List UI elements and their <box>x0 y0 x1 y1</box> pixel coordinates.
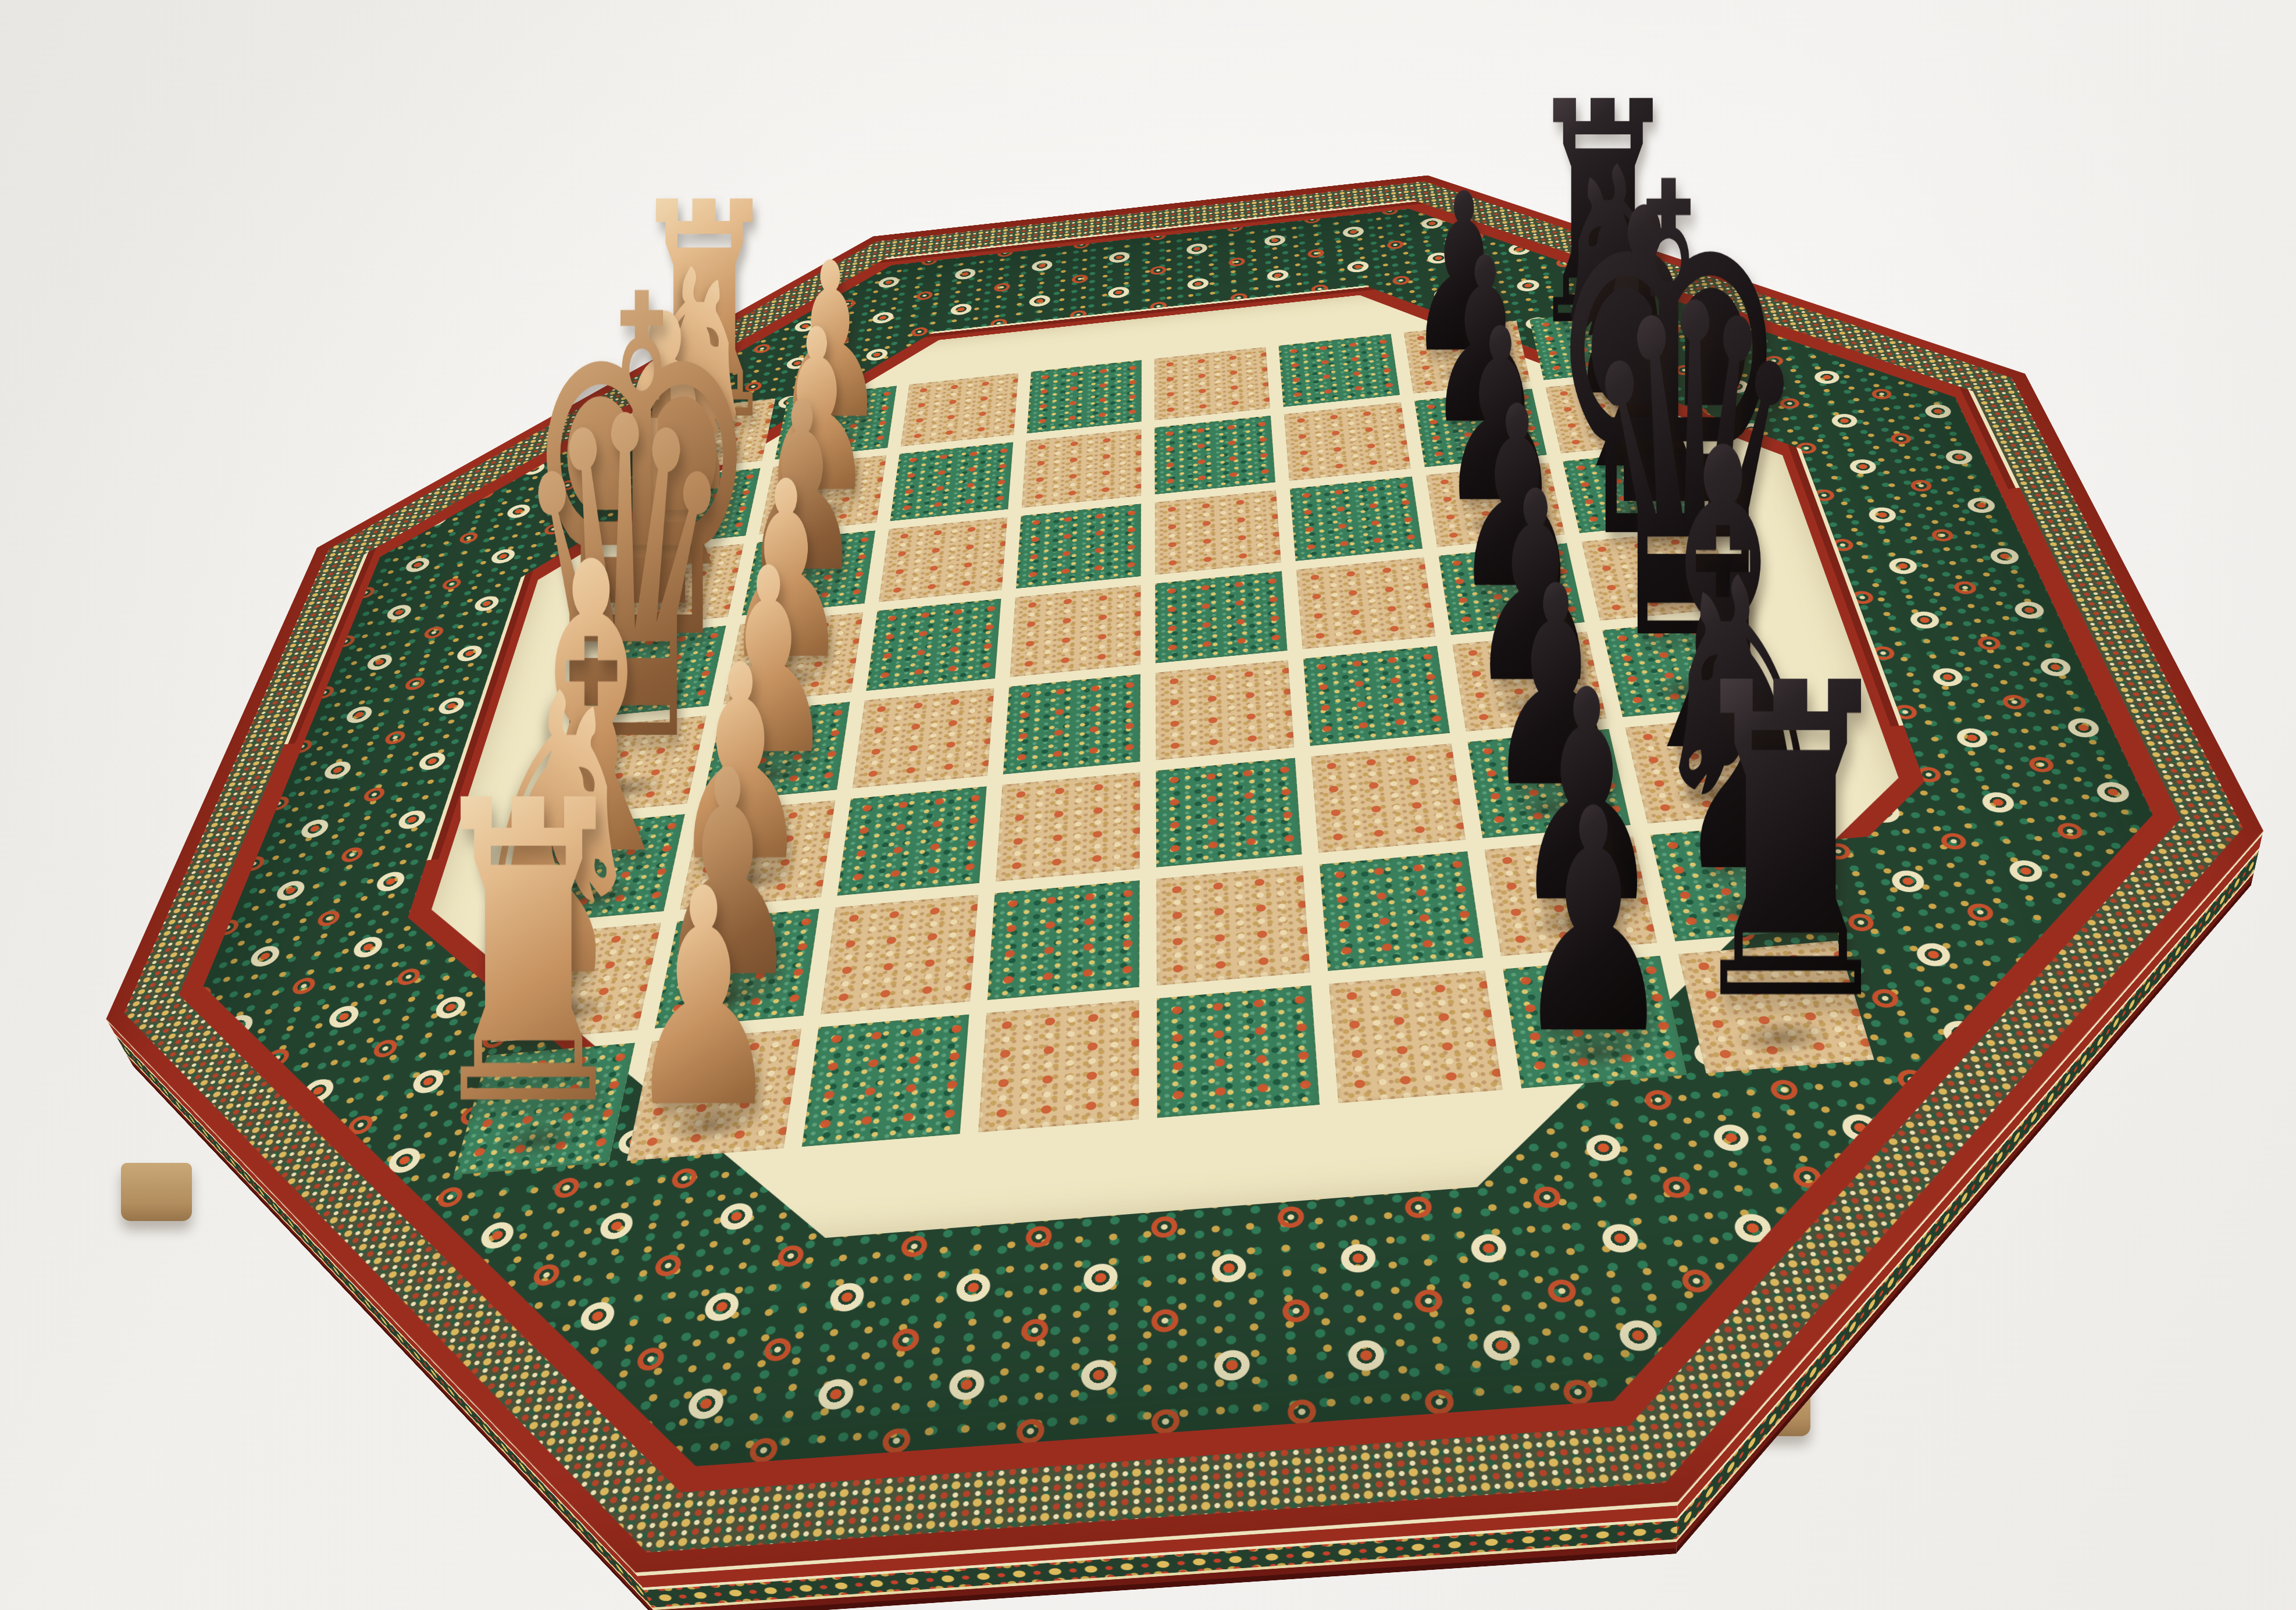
cell-g5 <box>1154 416 1275 494</box>
cell-a2: ♟ <box>626 1029 801 1161</box>
black-pawn[interactable]: ♟ <box>1514 777 1674 1069</box>
cell-h3 <box>900 373 1019 446</box>
black-rook[interactable]: ♜ <box>1679 640 1903 1050</box>
cell-h5 <box>1154 347 1270 420</box>
cell-d6 <box>1303 646 1450 746</box>
white-rook[interactable]: ♜ <box>420 759 636 1153</box>
cell-a8: ♜ <box>1678 941 1874 1073</box>
photo-backdrop: ♜♟♟♜♞♟♟♞♝♟♟♝♚♟♟♚♛♟♟♛♝♟♟♝♞♟♟♞♜♟♟♜ <box>0 0 2296 1610</box>
pieces-layer: ♜♟♟♜♞♟♟♞♝♟♟♝♚♟♟♚♛♟♟♛♝♟♟♝♞♟♟♞♜♟♟♜ <box>454 307 1874 1175</box>
cell-a7: ♟ <box>1503 956 1687 1088</box>
cell-b4 <box>987 880 1140 1000</box>
cell-h6 <box>1278 334 1399 407</box>
white-pawn[interactable]: ♟ <box>626 858 781 1142</box>
cell-d5 <box>1156 660 1294 760</box>
cell-a1: ♜ <box>454 1043 635 1175</box>
